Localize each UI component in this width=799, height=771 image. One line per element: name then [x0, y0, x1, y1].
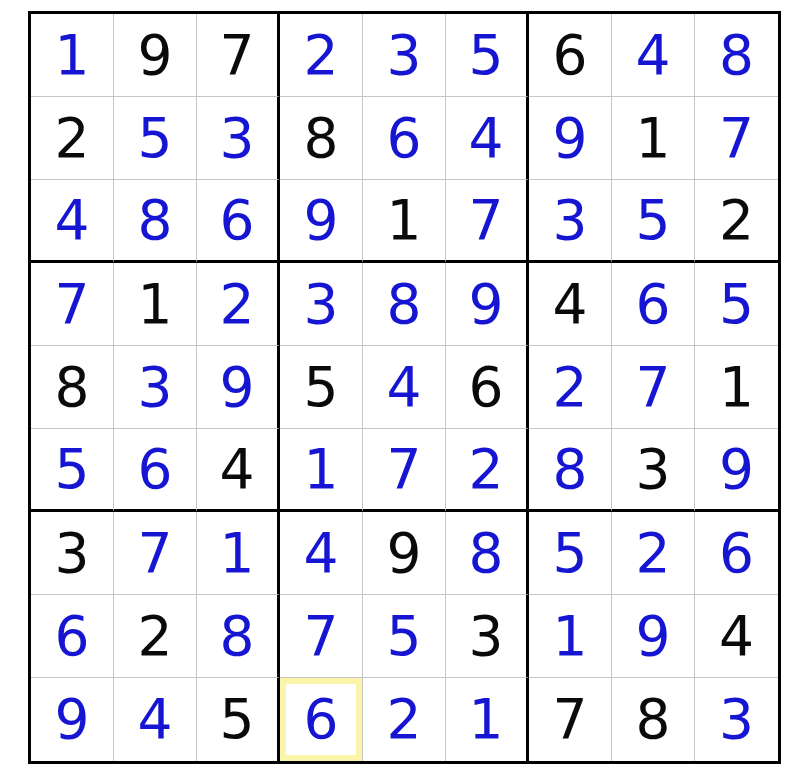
given-digit: 6 [553, 28, 588, 83]
given-digit: 2 [138, 609, 173, 664]
cell-r7c9[interactable]: 6 [695, 512, 778, 595]
solved-digit: 1 [553, 609, 588, 664]
solved-digit: 8 [387, 277, 422, 332]
solved-digit: 9 [55, 692, 90, 747]
solved-digit: 5 [553, 526, 588, 581]
given-digit: 2 [55, 111, 90, 166]
cell-r3c2[interactable]: 8 [114, 180, 197, 263]
given-digit: 4 [553, 277, 588, 332]
cell-r9c7[interactable]: 7 [529, 678, 612, 761]
cell-r2c8[interactable]: 1 [612, 97, 695, 180]
solved-digit: 7 [387, 442, 422, 497]
cell-r9c2[interactable]: 4 [114, 678, 197, 761]
given-digit: 3 [55, 526, 90, 581]
given-digit: 7 [553, 692, 588, 747]
cell-r4c1[interactable]: 7 [31, 263, 114, 346]
solved-digit: 8 [719, 28, 754, 83]
cell-r7c7[interactable]: 5 [529, 512, 612, 595]
solved-digit: 1 [55, 28, 90, 83]
given-digit: 7 [220, 28, 255, 83]
cell-r6c7[interactable]: 8 [529, 429, 612, 512]
cell-r2c9[interactable]: 7 [695, 97, 778, 180]
solved-digit: 6 [387, 111, 422, 166]
sudoku-board: 1972356482538649174869173527123894658395… [28, 11, 781, 764]
cell-r3c3[interactable]: 6 [197, 180, 280, 263]
solved-digit: 9 [553, 111, 588, 166]
cell-r4c6[interactable]: 9 [446, 263, 529, 346]
cell-r1c7[interactable]: 6 [529, 14, 612, 97]
solved-digit: 6 [220, 193, 255, 248]
cell-r5c4[interactable]: 5 [280, 346, 363, 429]
cell-r3c6[interactable]: 7 [446, 180, 529, 263]
cell-r9c8[interactable]: 8 [612, 678, 695, 761]
solved-digit: 4 [636, 28, 671, 83]
solved-digit: 5 [138, 111, 173, 166]
solved-digit: 2 [636, 526, 671, 581]
cell-r6c3[interactable]: 4 [197, 429, 280, 512]
solved-digit: 8 [138, 193, 173, 248]
cell-r4c5[interactable]: 8 [363, 263, 446, 346]
given-digit: 1 [138, 277, 173, 332]
cell-r1c8[interactable]: 4 [612, 14, 695, 97]
solved-digit: 6 [719, 526, 754, 581]
solved-digit: 4 [304, 526, 339, 581]
cell-r9c1[interactable]: 9 [31, 678, 114, 761]
solved-digit: 3 [304, 277, 339, 332]
cell-r2c2[interactable]: 5 [114, 97, 197, 180]
solved-digit: 2 [220, 277, 255, 332]
given-digit: 9 [138, 28, 173, 83]
solved-digit: 7 [55, 277, 90, 332]
cell-r5c6[interactable]: 6 [446, 346, 529, 429]
given-digit: 3 [469, 609, 504, 664]
cell-r4c2[interactable]: 1 [114, 263, 197, 346]
solved-digit: 3 [553, 193, 588, 248]
cell-r8c1[interactable]: 6 [31, 595, 114, 678]
solved-digit: 5 [719, 277, 754, 332]
solved-digit: 6 [138, 442, 173, 497]
cell-r4c8[interactable]: 6 [612, 263, 695, 346]
cell-r9c3[interactable]: 5 [197, 678, 280, 761]
cell-r6c8[interactable]: 3 [612, 429, 695, 512]
solved-digit: 8 [220, 609, 255, 664]
cell-r7c1[interactable]: 3 [31, 512, 114, 595]
solved-digit: 9 [220, 360, 255, 415]
cell-r2c4[interactable]: 8 [280, 97, 363, 180]
solved-digit: 6 [636, 277, 671, 332]
cell-r2c1[interactable]: 2 [31, 97, 114, 180]
cell-r8c6[interactable]: 3 [446, 595, 529, 678]
solved-digit: 4 [469, 111, 504, 166]
cell-r8c4[interactable]: 7 [280, 595, 363, 678]
cell-r1c2[interactable]: 9 [114, 14, 197, 97]
cell-r3c5[interactable]: 1 [363, 180, 446, 263]
cell-r6c5[interactable]: 7 [363, 429, 446, 512]
cell-r5c2[interactable]: 3 [114, 346, 197, 429]
cell-r6c6[interactable]: 2 [446, 429, 529, 512]
cell-r3c8[interactable]: 5 [612, 180, 695, 263]
solved-digit: 9 [636, 609, 671, 664]
solved-digit: 1 [304, 442, 339, 497]
cell-r5c5[interactable]: 4 [363, 346, 446, 429]
cell-r5c3[interactable]: 9 [197, 346, 280, 429]
cell-r6c9[interactable]: 9 [695, 429, 778, 512]
given-digit: 1 [636, 111, 671, 166]
cell-r4c7[interactable]: 4 [529, 263, 612, 346]
cell-r5c9[interactable]: 1 [695, 346, 778, 429]
solved-digit: 5 [55, 442, 90, 497]
solved-digit: 7 [138, 526, 173, 581]
solved-digit: 2 [553, 360, 588, 415]
cell-r1c9[interactable]: 8 [695, 14, 778, 97]
cell-r1c6[interactable]: 5 [446, 14, 529, 97]
given-digit: 1 [387, 193, 422, 248]
cell-r9c4[interactable]: 6 [280, 678, 363, 761]
cell-r8c2[interactable]: 2 [114, 595, 197, 678]
solved-digit: 5 [636, 193, 671, 248]
solved-digit: 1 [220, 526, 255, 581]
given-digit: 8 [636, 692, 671, 747]
given-digit: 4 [719, 609, 754, 664]
cell-r9c5[interactable]: 2 [363, 678, 446, 761]
given-digit: 6 [469, 360, 504, 415]
solved-digit: 9 [469, 277, 504, 332]
cell-r6c4[interactable]: 1 [280, 429, 363, 512]
given-digit: 4 [220, 442, 255, 497]
solved-digit: 7 [304, 609, 339, 664]
solved-digit: 2 [304, 28, 339, 83]
cell-r2c7[interactable]: 9 [529, 97, 612, 180]
solved-digit: 4 [387, 360, 422, 415]
solved-digit: 3 [387, 28, 422, 83]
cell-r5c7[interactable]: 2 [529, 346, 612, 429]
solved-digit: 1 [469, 692, 504, 747]
given-digit: 8 [304, 111, 339, 166]
cell-r5c1[interactable]: 8 [31, 346, 114, 429]
solved-digit: 9 [719, 442, 754, 497]
cell-r8c5[interactable]: 5 [363, 595, 446, 678]
cell-r6c1[interactable]: 5 [31, 429, 114, 512]
solved-digit: 2 [387, 692, 422, 747]
cell-r4c9[interactable]: 5 [695, 263, 778, 346]
cell-r7c6[interactable]: 8 [446, 512, 529, 595]
given-digit: 2 [719, 193, 754, 248]
cell-r9c6[interactable]: 1 [446, 678, 529, 761]
given-digit: 1 [719, 360, 754, 415]
solved-digit: 6 [304, 692, 339, 747]
solved-digit: 7 [469, 193, 504, 248]
cell-r7c4[interactable]: 4 [280, 512, 363, 595]
solved-digit: 7 [719, 111, 754, 166]
solved-digit: 8 [469, 526, 504, 581]
cell-r4c4[interactable]: 3 [280, 263, 363, 346]
cell-r8c8[interactable]: 9 [612, 595, 695, 678]
solved-digit: 5 [387, 609, 422, 664]
cell-r1c3[interactable]: 7 [197, 14, 280, 97]
cell-r6c2[interactable]: 6 [114, 429, 197, 512]
cell-r1c4[interactable]: 2 [280, 14, 363, 97]
solved-digit: 6 [55, 609, 90, 664]
cell-r8c7[interactable]: 1 [529, 595, 612, 678]
cell-r7c3[interactable]: 1 [197, 512, 280, 595]
cell-r9c9[interactable]: 3 [695, 678, 778, 761]
given-digit: 8 [55, 360, 90, 415]
cell-r7c5[interactable]: 9 [363, 512, 446, 595]
given-digit: 5 [220, 692, 255, 747]
cell-r4c3[interactable]: 2 [197, 263, 280, 346]
cell-r2c3[interactable]: 3 [197, 97, 280, 180]
cell-r7c2[interactable]: 7 [114, 512, 197, 595]
cell-r1c5[interactable]: 3 [363, 14, 446, 97]
cell-r8c9[interactable]: 4 [695, 595, 778, 678]
solved-digit: 7 [636, 360, 671, 415]
solved-digit: 5 [469, 28, 504, 83]
cell-r5c8[interactable]: 7 [612, 346, 695, 429]
solved-digit: 3 [138, 360, 173, 415]
cell-r2c5[interactable]: 6 [363, 97, 446, 180]
given-digit: 5 [304, 360, 339, 415]
solved-digit: 3 [719, 692, 754, 747]
cell-r3c7[interactable]: 3 [529, 180, 612, 263]
given-digit: 3 [636, 442, 671, 497]
cell-r3c9[interactable]: 2 [695, 180, 778, 263]
cell-r3c4[interactable]: 9 [280, 180, 363, 263]
cell-r3c1[interactable]: 4 [31, 180, 114, 263]
solved-digit: 2 [469, 442, 504, 497]
cell-r8c3[interactable]: 8 [197, 595, 280, 678]
solved-digit: 3 [220, 111, 255, 166]
solved-digit: 4 [55, 193, 90, 248]
cell-r7c8[interactable]: 2 [612, 512, 695, 595]
given-digit: 9 [387, 526, 422, 581]
cell-r1c1[interactable]: 1 [31, 14, 114, 97]
solved-digit: 8 [553, 442, 588, 497]
cell-r2c6[interactable]: 4 [446, 97, 529, 180]
solved-digit: 4 [138, 692, 173, 747]
solved-digit: 9 [304, 193, 339, 248]
